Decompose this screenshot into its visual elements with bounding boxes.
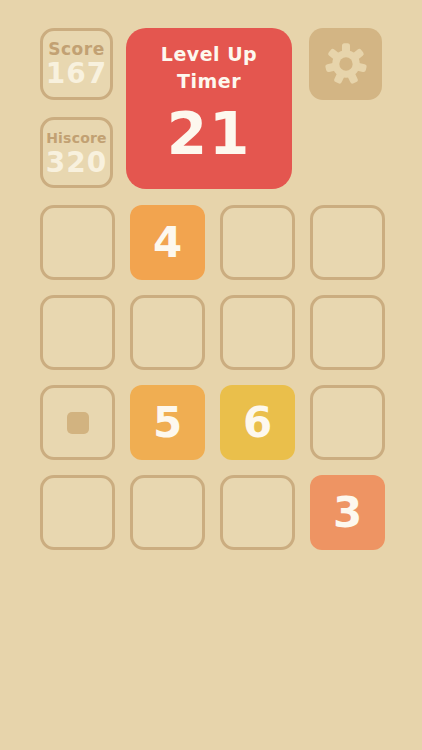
score-label: Score (48, 39, 104, 59)
cell-r1c1 (40, 205, 115, 280)
cell-r1c4 (310, 205, 385, 280)
timer-label-line1: Level Up (161, 41, 257, 68)
tile-5[interactable]: 5 (130, 385, 205, 460)
board[interactable]: 4563 (40, 205, 385, 550)
hiscore-panel: Hiscore 320 (40, 117, 113, 188)
cell-r4c2 (130, 475, 205, 550)
tile-4[interactable]: 4 (130, 205, 205, 280)
cell-r2c1 (40, 295, 115, 370)
gear-icon (323, 41, 369, 87)
hiscore-value: 320 (46, 148, 107, 178)
timer-label-line2: Timer (177, 68, 241, 95)
cell-spawn-marker (40, 385, 115, 460)
score-panel: Score 167 (40, 28, 113, 100)
tile-3[interactable]: 3 (310, 475, 385, 550)
cell-r4c3 (220, 475, 295, 550)
settings-button[interactable] (309, 28, 382, 100)
cell-r2c3 (220, 295, 295, 370)
cell-r1c3 (220, 205, 295, 280)
cell-r3c4 (310, 385, 385, 460)
level-up-timer-panel: Level Up Timer 21 (126, 28, 292, 189)
hiscore-label: Hiscore (46, 128, 107, 148)
timer-value: 21 (167, 103, 252, 165)
cell-r2c2 (130, 295, 205, 370)
spawn-marker-square (67, 412, 89, 434)
game-screen: Score 167 Hiscore 320 Level Up Timer 21 (0, 0, 422, 750)
cell-r2c4 (310, 295, 385, 370)
score-value: 167 (46, 59, 107, 89)
cell-r4c1 (40, 475, 115, 550)
tile-6[interactable]: 6 (220, 385, 295, 460)
